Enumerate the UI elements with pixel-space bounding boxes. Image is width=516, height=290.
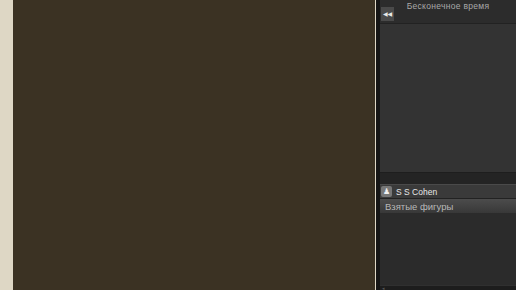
player-icon: ♟ — [381, 186, 392, 197]
captured-pieces-panel — [380, 213, 516, 290]
board-area — [0, 0, 378, 290]
playback-controls — [380, 11, 516, 23]
time-mode-title: Бесконечное время — [380, 0, 516, 11]
captured-scrollbar[interactable] — [380, 285, 516, 290]
player-name: S S Cohen — [396, 187, 437, 197]
captured-pieces-title: Взятые фигуры — [385, 201, 453, 212]
player-bar: ♟ S S Cohen — [380, 184, 516, 198]
captured-pieces-header: Взятые фигуры — [380, 198, 516, 213]
right-panel: Бесконечное время ◀◀ ♟ S S Cohen Взятые … — [380, 0, 516, 290]
move-list-spacer — [380, 173, 516, 184]
panel-collapse-button[interactable]: ◀◀ — [381, 7, 394, 21]
chess-app-window: Бесконечное время ◀◀ ♟ S S Cohen Взятые … — [0, 0, 516, 290]
board — [13, 0, 375, 290]
move-list — [380, 23, 516, 173]
